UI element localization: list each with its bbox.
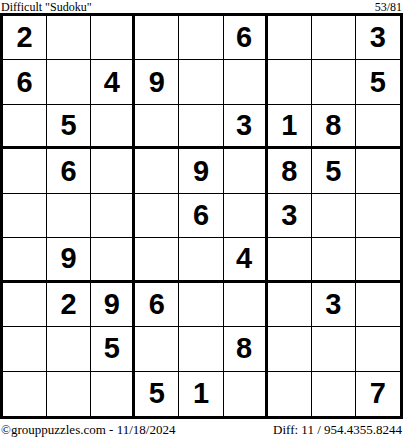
cell-r1c7 (268, 16, 312, 60)
cell-r6c2: 9 (47, 238, 91, 282)
cell-r8c8 (312, 327, 356, 371)
cell-r5c1 (3, 194, 47, 238)
cell-r6c5 (179, 238, 223, 282)
cell-r2c2 (47, 60, 91, 104)
cell-r1c6: 6 (224, 16, 268, 60)
cell-r4c7: 8 (268, 149, 312, 193)
cell-r6c1 (3, 238, 47, 282)
cell-r7c3: 9 (91, 283, 135, 327)
cell-r9c9: 7 (356, 372, 400, 416)
cell-r6c8 (312, 238, 356, 282)
cell-r9c5: 1 (179, 372, 223, 416)
cell-r2c3: 4 (91, 60, 135, 104)
cell-r1c2 (47, 16, 91, 60)
cell-r1c4 (135, 16, 179, 60)
cell-r4c9 (356, 149, 400, 193)
cell-r5c9 (356, 194, 400, 238)
cell-r2c4: 9 (135, 60, 179, 104)
difficulty-rating: Diff: 11 / 954.4355.8244 (273, 423, 402, 436)
cell-r9c7 (268, 372, 312, 416)
cell-r6c6: 4 (224, 238, 268, 282)
cell-r5c2 (47, 194, 91, 238)
cell-r8c1 (3, 327, 47, 371)
cell-r7c4: 6 (135, 283, 179, 327)
cell-r9c1 (3, 372, 47, 416)
cell-r3c9 (356, 105, 400, 149)
cell-r1c5 (179, 16, 223, 60)
cell-r5c4 (135, 194, 179, 238)
sudoku-grid: 2636495531869856394296358517 (0, 13, 403, 419)
copyright-date: ©grouppuzzles.com - 11/18/2024 (1, 423, 175, 436)
cell-r5c3 (91, 194, 135, 238)
cell-r8c5 (179, 327, 223, 371)
cell-r7c7 (268, 283, 312, 327)
cell-r7c5 (179, 283, 223, 327)
cell-r6c4 (135, 238, 179, 282)
cell-r2c7 (268, 60, 312, 104)
cell-r3c1 (3, 105, 47, 149)
cell-r4c2: 6 (47, 149, 91, 193)
cell-r2c9: 5 (356, 60, 400, 104)
cell-r8c2 (47, 327, 91, 371)
cell-r3c4 (135, 105, 179, 149)
cell-r7c9 (356, 283, 400, 327)
footer: ©grouppuzzles.com - 11/18/2024 Diff: 11 … (0, 419, 403, 437)
cell-r9c8 (312, 372, 356, 416)
cell-r1c8 (312, 16, 356, 60)
cell-r8c4 (135, 327, 179, 371)
cell-r7c6 (224, 283, 268, 327)
cell-r9c3 (91, 372, 135, 416)
cell-r7c2: 2 (47, 283, 91, 327)
puzzle-title: Difficult "Sudoku" (1, 1, 92, 13)
cell-r1c3 (91, 16, 135, 60)
empty-cell-counter: 53/81 (375, 1, 402, 13)
cell-r1c9: 3 (356, 16, 400, 60)
cell-r9c2 (47, 372, 91, 416)
cell-r8c9 (356, 327, 400, 371)
cell-r3c6: 3 (224, 105, 268, 149)
cell-r9c4: 5 (135, 372, 179, 416)
header: Difficult "Sudoku" 53/81 (0, 0, 403, 13)
cell-r9c6 (224, 372, 268, 416)
cell-r5c6 (224, 194, 268, 238)
cell-r3c5 (179, 105, 223, 149)
puzzle-page: Difficult "Sudoku" 53/81 263649553186985… (0, 0, 403, 437)
cell-r6c9 (356, 238, 400, 282)
cell-r5c5: 6 (179, 194, 223, 238)
cell-r2c1: 6 (3, 60, 47, 104)
cell-r7c1 (3, 283, 47, 327)
cell-r4c6 (224, 149, 268, 193)
cell-r3c8: 8 (312, 105, 356, 149)
cell-r8c7 (268, 327, 312, 371)
cell-r8c6: 8 (224, 327, 268, 371)
cell-r3c7: 1 (268, 105, 312, 149)
cell-r4c8: 5 (312, 149, 356, 193)
cell-r4c3 (91, 149, 135, 193)
cell-r2c5 (179, 60, 223, 104)
cell-r4c5: 9 (179, 149, 223, 193)
cell-r8c3: 5 (91, 327, 135, 371)
cell-r2c6 (224, 60, 268, 104)
cell-r1c1: 2 (3, 16, 47, 60)
cell-r3c3 (91, 105, 135, 149)
cell-r5c7: 3 (268, 194, 312, 238)
cell-r5c8 (312, 194, 356, 238)
cell-r4c4 (135, 149, 179, 193)
cell-r4c1 (3, 149, 47, 193)
cell-r3c2: 5 (47, 105, 91, 149)
cell-r7c8: 3 (312, 283, 356, 327)
cell-r6c7 (268, 238, 312, 282)
cell-r6c3 (91, 238, 135, 282)
cell-r2c8 (312, 60, 356, 104)
